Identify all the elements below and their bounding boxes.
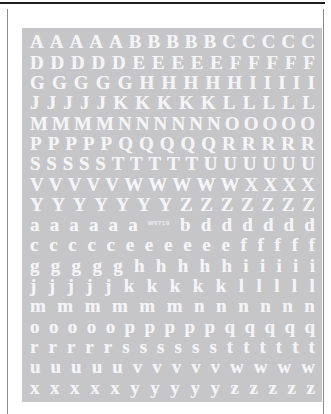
letter-glyph-k: k bbox=[147, 276, 158, 295]
letter-glyph-W: W bbox=[196, 175, 215, 194]
letter-glyph-L: L bbox=[243, 93, 256, 112]
letter-glyph-K: K bbox=[157, 93, 172, 112]
letter-glyph-t: t bbox=[243, 337, 249, 356]
letter-glyph-M: M bbox=[52, 114, 70, 133]
letter-glyph-p: p bbox=[184, 317, 195, 336]
letter-glyph-U: U bbox=[282, 154, 296, 173]
letter-glyph-i: i bbox=[310, 256, 315, 275]
letter-glyph-x: x bbox=[30, 378, 40, 397]
letter-glyph-n: n bbox=[260, 296, 271, 315]
letter-glyph-E: E bbox=[171, 53, 184, 72]
letter-glyph-g: g bbox=[30, 256, 40, 275]
letter-glyph-T: T bbox=[112, 154, 125, 173]
letter-glyph-o: o bbox=[87, 317, 97, 336]
letter-glyph-r: r bbox=[48, 337, 56, 356]
letter-glyph-v: v bbox=[172, 357, 182, 376]
letter-glyph-s: s bbox=[192, 337, 199, 356]
letter-glyph-Y: Y bbox=[51, 195, 65, 214]
letter-glyph-e: e bbox=[221, 235, 229, 254]
letter-glyph-w: w bbox=[277, 357, 291, 376]
letter-glyph-e: e bbox=[183, 235, 191, 254]
letter-glyph-N: N bbox=[118, 114, 132, 133]
letter-glyph-Y: Y bbox=[94, 195, 108, 214]
letter-glyph-Z: Z bbox=[241, 195, 254, 214]
letter-row-17: uuuuuvvvvvwwww bbox=[30, 357, 315, 376]
letter-glyph-s: s bbox=[209, 337, 216, 356]
letter-glyph-a: a bbox=[69, 215, 79, 234]
letter-glyph-y: y bbox=[210, 378, 220, 397]
letter-glyph-V: V bbox=[30, 175, 44, 194]
letter-glyph-E: E bbox=[152, 53, 165, 72]
letter-glyph-u: u bbox=[51, 357, 62, 376]
letter-glyph-t: t bbox=[259, 337, 265, 356]
letter-glyph-L: L bbox=[302, 93, 315, 112]
letter-glyph-D: D bbox=[112, 53, 126, 72]
letter-glyph-Z: Z bbox=[221, 195, 234, 214]
letter-glyph-d: d bbox=[284, 215, 295, 234]
letter-glyph-e: e bbox=[145, 235, 153, 254]
letter-glyph-v: v bbox=[152, 357, 162, 376]
letter-glyph-X: X bbox=[263, 175, 277, 194]
letter-glyph-n: n bbox=[282, 296, 293, 315]
letter-glyph-i: i bbox=[243, 256, 248, 275]
letter-row-14: mmmmmmnnnnnn bbox=[30, 296, 315, 315]
letter-glyph-m: m bbox=[30, 296, 46, 315]
letter-glyph-I: I bbox=[264, 73, 271, 92]
letter-glyph-F: F bbox=[285, 53, 297, 72]
letter-glyph-E: E bbox=[210, 53, 223, 72]
letter-glyph-S: S bbox=[95, 154, 106, 173]
letter-glyph-U: U bbox=[301, 154, 315, 173]
letter-glyph-u: u bbox=[112, 357, 123, 376]
letter-glyph-Y: Y bbox=[116, 195, 130, 214]
letter-glyph-W: W bbox=[148, 175, 167, 194]
letter-glyph-E: E bbox=[133, 53, 146, 72]
letter-glyph-d: d bbox=[242, 215, 253, 234]
letter-glyph-C: C bbox=[301, 32, 315, 51]
letter-glyph-P: P bbox=[83, 134, 95, 153]
letter-glyph-o: o bbox=[49, 317, 59, 336]
letter-glyph-r: r bbox=[85, 337, 93, 356]
letter-glyph-O: O bbox=[300, 114, 315, 133]
letter-glyph-K: K bbox=[113, 93, 128, 112]
letter-glyph-c: c bbox=[30, 235, 38, 254]
letter-glyph-N: N bbox=[189, 114, 203, 133]
letter-glyph-O: O bbox=[262, 114, 277, 133]
letter-glyph-S: S bbox=[79, 154, 90, 173]
letter-glyph-h: h bbox=[156, 256, 167, 275]
letter-glyph-c: c bbox=[68, 235, 76, 254]
letter-glyph-N: N bbox=[207, 114, 221, 133]
letter-row-8: VVVVVWWWWWXXXX bbox=[30, 175, 315, 194]
letter-glyph-I: I bbox=[278, 73, 285, 92]
letter-glyph-a: a bbox=[109, 215, 119, 234]
letter-glyph-v: v bbox=[211, 357, 221, 376]
letter-glyph-h: h bbox=[134, 256, 145, 275]
letter-glyph-A: A bbox=[50, 32, 64, 51]
letter-glyph-C: C bbox=[222, 32, 236, 51]
letter-glyph-S: S bbox=[63, 154, 74, 173]
letter-glyph-d: d bbox=[304, 215, 315, 234]
letter-glyph-l: l bbox=[310, 276, 315, 295]
letter-glyph-X: X bbox=[245, 175, 259, 194]
letter-glyph-t: t bbox=[227, 337, 233, 356]
letter-glyph-c: c bbox=[49, 235, 57, 254]
letter-glyph-m: m bbox=[85, 296, 101, 315]
letter-glyph-V: V bbox=[86, 175, 100, 194]
letter-row-3: GGGGGHHHHHIIIII bbox=[30, 73, 315, 92]
letter-glyph-S: S bbox=[30, 154, 41, 173]
letter-glyph-K: K bbox=[179, 93, 194, 112]
letter-glyph-X: X bbox=[282, 175, 296, 194]
letter-row-1: AAAAABBBBBCCCCC bbox=[30, 32, 315, 51]
letter-glyph-d: d bbox=[221, 215, 232, 234]
letter-glyph-P: P bbox=[65, 134, 77, 153]
letter-glyph-i: i bbox=[277, 256, 282, 275]
letter-glyph-x: x bbox=[70, 378, 80, 397]
letter-glyph-a: a bbox=[50, 215, 60, 234]
letter-glyph-k: k bbox=[193, 276, 204, 295]
letter-glyph-q: q bbox=[304, 317, 315, 336]
letter-glyph-p: p bbox=[145, 317, 156, 336]
letter-glyph-B: B bbox=[147, 32, 160, 51]
letter-glyph-i: i bbox=[293, 256, 298, 275]
letter-glyph-D: D bbox=[71, 53, 85, 72]
letter-row-11: ccccceeeeeefffff bbox=[30, 235, 315, 254]
letter-glyph-A: A bbox=[30, 32, 44, 51]
letter-glyph-y: y bbox=[150, 378, 160, 397]
letter-glyph-p: p bbox=[204, 317, 215, 336]
letter-glyph-I: I bbox=[293, 73, 300, 92]
letter-glyph-z: z bbox=[268, 378, 276, 397]
letter-glyph-z: z bbox=[230, 378, 238, 397]
letter-glyph-P: P bbox=[101, 134, 113, 153]
letter-glyph-j: j bbox=[68, 276, 74, 295]
letter-glyph-F: F bbox=[303, 53, 315, 72]
letter-glyph-y: y bbox=[190, 378, 200, 397]
letter-glyph-I: I bbox=[249, 73, 256, 92]
letter-glyph-s: s bbox=[157, 337, 164, 356]
letter-glyph-d: d bbox=[263, 215, 274, 234]
letter-glyph-J: J bbox=[80, 93, 90, 112]
letter-glyph-o: o bbox=[68, 317, 78, 336]
page-border-top bbox=[0, 2, 325, 4]
letter-glyph-j: j bbox=[86, 276, 92, 295]
letter-row-2: DDDDDEEEEEFFFFF bbox=[30, 53, 315, 72]
letter-glyph-N: N bbox=[171, 114, 185, 133]
letter-row-4: JJJJJKKKKKLLLLL bbox=[30, 93, 315, 112]
letter-glyph-t: t bbox=[309, 337, 315, 356]
letter-glyph-Z: Z bbox=[302, 195, 315, 214]
letter-glyph-C: C bbox=[242, 32, 256, 51]
letter-glyph-c: c bbox=[107, 235, 115, 254]
letter-glyph-T: T bbox=[185, 154, 198, 173]
letter-glyph-H: H bbox=[183, 73, 198, 92]
letter-glyph-n: n bbox=[304, 296, 315, 315]
letter-glyph-w: w bbox=[254, 357, 268, 376]
letter-row-13: jjjjjkkkkklllll bbox=[30, 276, 315, 295]
letter-glyph-R: R bbox=[301, 134, 315, 153]
letter-glyph-t: t bbox=[276, 337, 282, 356]
letter-glyph-F: F bbox=[267, 53, 279, 72]
letter-glyph-n: n bbox=[216, 296, 227, 315]
letter-glyph-C: C bbox=[262, 32, 276, 51]
letter-glyph-A: A bbox=[109, 32, 123, 51]
catalog-page: AAAAABBBBBCCCCCDDDDDEEEEEFFFFFGGGGGHHHHH… bbox=[0, 0, 331, 414]
letter-glyph-E: E bbox=[191, 53, 204, 72]
letter-glyph-G: G bbox=[118, 73, 133, 92]
letter-glyph-p: p bbox=[125, 317, 136, 336]
letter-glyph-s: s bbox=[122, 337, 129, 356]
letter-glyph-e: e bbox=[164, 235, 172, 254]
letter-glyph-k: k bbox=[216, 276, 227, 295]
letter-glyph-x: x bbox=[90, 378, 100, 397]
letter-glyph-z: z bbox=[306, 378, 314, 397]
letter-glyph-e: e bbox=[126, 235, 134, 254]
transfer-letter-sheet: AAAAABBBBBCCCCCDDDDDEEEEEFFFFFGGGGGHHHHH… bbox=[22, 28, 322, 402]
letter-glyph-x: x bbox=[110, 378, 120, 397]
letter-glyph-U: U bbox=[243, 154, 257, 173]
letter-glyph-w: w bbox=[301, 357, 315, 376]
letter-glyph-F: F bbox=[248, 53, 260, 72]
letter-glyph-G: G bbox=[52, 73, 67, 92]
letter-glyph-k: k bbox=[170, 276, 181, 295]
letter-glyph-V: V bbox=[49, 175, 63, 194]
letter-glyph-h: h bbox=[221, 256, 232, 275]
letter-glyph-T: T bbox=[130, 154, 143, 173]
letter-glyph-H: H bbox=[140, 73, 155, 92]
letter-glyph-X: X bbox=[301, 175, 315, 194]
letter-glyph-S: S bbox=[46, 154, 57, 173]
letter-glyph-i: i bbox=[260, 256, 265, 275]
letter-glyph-P: P bbox=[48, 134, 60, 153]
letter-row-15: ooooopppppqqqqq bbox=[30, 317, 315, 336]
letter-glyph-s: s bbox=[175, 337, 182, 356]
letter-glyph-P: P bbox=[30, 134, 42, 153]
letter-glyph-a: a bbox=[89, 215, 99, 234]
letter-glyph-j: j bbox=[49, 276, 55, 295]
letter-glyph-U: U bbox=[262, 154, 276, 173]
letter-glyph-K: K bbox=[135, 93, 150, 112]
letter-glyph-F: F bbox=[230, 53, 242, 72]
letter-glyph-Q: Q bbox=[181, 134, 196, 153]
letter-glyph-U: U bbox=[204, 154, 218, 173]
letter-glyph-Q: Q bbox=[118, 134, 133, 153]
letter-glyph-q: q bbox=[244, 317, 255, 336]
letter-glyph-Y: Y bbox=[73, 195, 87, 214]
letter-glyph-Y: Y bbox=[137, 195, 151, 214]
letter-row-18: xxxxxyyyyyzzzzz bbox=[30, 378, 315, 397]
letter-glyph-d: d bbox=[201, 215, 212, 234]
letter-glyph-K: K bbox=[201, 93, 216, 112]
letter-glyph-M: M bbox=[74, 114, 92, 133]
letter-glyph-y: y bbox=[130, 378, 140, 397]
letter-glyph-f: f bbox=[275, 235, 281, 254]
letter-glyph-J: J bbox=[63, 93, 73, 112]
letter-glyph-O: O bbox=[281, 114, 296, 133]
letter-glyph-r: r bbox=[67, 337, 75, 356]
letter-glyph-G: G bbox=[74, 73, 89, 92]
letter-glyph-s: s bbox=[140, 337, 147, 356]
letter-glyph-g: g bbox=[113, 256, 123, 275]
letter-glyph-p: p bbox=[165, 317, 176, 336]
letter-glyph-H: H bbox=[205, 73, 220, 92]
letter-glyph-m: m bbox=[112, 296, 128, 315]
letter-glyph-N: N bbox=[136, 114, 150, 133]
letter-glyph-Q: Q bbox=[139, 134, 154, 153]
letter-glyph-v: v bbox=[191, 357, 201, 376]
letter-glyph-r: r bbox=[30, 337, 38, 356]
letter-glyph-j: j bbox=[30, 276, 36, 295]
letter-glyph-k: k bbox=[124, 276, 135, 295]
letter-glyph-l: l bbox=[239, 276, 244, 295]
letter-glyph-Q: Q bbox=[201, 134, 216, 153]
letter-glyph-H: H bbox=[162, 73, 177, 92]
letter-glyph-Z: Z bbox=[261, 195, 274, 214]
letter-glyph-N: N bbox=[154, 114, 168, 133]
letter-glyph-T: T bbox=[149, 154, 162, 173]
letter-row-5: MMMMNNNNNNOOOOO bbox=[30, 114, 315, 133]
product-code-label: W6719 bbox=[148, 220, 170, 229]
letter-row-9: YYYYYYYZZZZZZZ bbox=[30, 195, 315, 214]
letter-row-12: ggggghhhhhiiiii bbox=[30, 256, 315, 275]
page-border-left bbox=[7, 9, 8, 414]
letter-glyph-b: b bbox=[180, 215, 191, 234]
letter-glyph-v: v bbox=[133, 357, 143, 376]
letter-glyph-D: D bbox=[30, 53, 44, 72]
letter-glyph-B: B bbox=[185, 32, 198, 51]
letter-glyph-u: u bbox=[30, 357, 41, 376]
letter-glyph-I: I bbox=[307, 73, 314, 92]
letter-glyph-q: q bbox=[264, 317, 275, 336]
letter-glyph-O: O bbox=[225, 114, 240, 133]
letter-row-6: PPPPPQQQQQRRRRR bbox=[30, 134, 315, 153]
letter-glyph-L: L bbox=[223, 93, 236, 112]
letter-glyph-z: z bbox=[249, 378, 257, 397]
letter-glyph-T: T bbox=[167, 154, 180, 173]
letter-glyph-l: l bbox=[292, 276, 297, 295]
letter-glyph-u: u bbox=[71, 357, 82, 376]
letter-glyph-f: f bbox=[292, 235, 298, 254]
letter-glyph-O: O bbox=[244, 114, 259, 133]
letter-glyph-V: V bbox=[68, 175, 82, 194]
letter-glyph-x: x bbox=[50, 378, 60, 397]
letter-glyph-m: m bbox=[139, 296, 155, 315]
letter-glyph-Q: Q bbox=[160, 134, 175, 153]
letter-glyph-G: G bbox=[30, 73, 45, 92]
letter-row-16: rrrrrsssssstttttt bbox=[30, 337, 315, 356]
letter-glyph-a: a bbox=[30, 215, 40, 234]
letter-glyph-D: D bbox=[51, 53, 65, 72]
letter-glyph-W: W bbox=[124, 175, 143, 194]
letter-glyph-R: R bbox=[242, 134, 256, 153]
letter-glyph-h: h bbox=[178, 256, 189, 275]
letter-glyph-W: W bbox=[172, 175, 191, 194]
letter-glyph-V: V bbox=[105, 175, 119, 194]
letter-glyph-r: r bbox=[104, 337, 112, 356]
letter-row-7: SSSSSTTTTTUUUUUU bbox=[30, 154, 315, 173]
letter-glyph-o: o bbox=[106, 317, 116, 336]
letter-glyph-Y: Y bbox=[30, 195, 44, 214]
letter-glyph-q: q bbox=[284, 317, 295, 336]
letter-glyph-U: U bbox=[223, 154, 237, 173]
letter-glyph-Z: Z bbox=[180, 195, 193, 214]
letter-glyph-J: J bbox=[97, 93, 107, 112]
letter-glyph-w: w bbox=[230, 357, 244, 376]
letter-glyph-H: H bbox=[227, 73, 242, 92]
letter-glyph-Y: Y bbox=[159, 195, 173, 214]
letter-glyph-g: g bbox=[72, 256, 82, 275]
letter-glyph-R: R bbox=[222, 134, 236, 153]
letter-glyph-M: M bbox=[96, 114, 114, 133]
letter-glyph-L: L bbox=[282, 93, 295, 112]
letter-glyph-l: l bbox=[274, 276, 279, 295]
letter-glyph-f: f bbox=[258, 235, 264, 254]
letter-glyph-B: B bbox=[204, 32, 217, 51]
letter-glyph-n: n bbox=[238, 296, 249, 315]
letter-glyph-B: B bbox=[166, 32, 179, 51]
page-border-right bbox=[323, 9, 324, 414]
letter-glyph-y: y bbox=[170, 378, 180, 397]
letter-glyph-g: g bbox=[51, 256, 61, 275]
letter-glyph-a: a bbox=[128, 215, 138, 234]
letter-glyph-f: f bbox=[309, 235, 315, 254]
letter-row-10: aaaaaaW6719bdddddd bbox=[30, 215, 315, 234]
letter-glyph-l: l bbox=[256, 276, 261, 295]
letter-glyph-t: t bbox=[292, 337, 298, 356]
letter-glyph-M: M bbox=[30, 114, 48, 133]
letter-glyph-C: C bbox=[282, 32, 296, 51]
letter-glyph-m: m bbox=[57, 296, 73, 315]
letter-glyph-J: J bbox=[30, 93, 40, 112]
letter-glyph-J: J bbox=[47, 93, 57, 112]
letter-glyph-W: W bbox=[221, 175, 240, 194]
letter-glyph-e: e bbox=[202, 235, 210, 254]
letter-glyph-j: j bbox=[105, 276, 111, 295]
letter-glyph-m: m bbox=[167, 296, 183, 315]
letter-glyph-R: R bbox=[281, 134, 295, 153]
letter-glyph-Z: Z bbox=[282, 195, 295, 214]
letter-glyph-q: q bbox=[224, 317, 235, 336]
letter-glyph-L: L bbox=[262, 93, 275, 112]
letter-glyph-D: D bbox=[92, 53, 106, 72]
letter-glyph-Z: Z bbox=[200, 195, 213, 214]
letter-glyph-g: g bbox=[92, 256, 102, 275]
letter-glyph-G: G bbox=[96, 73, 111, 92]
letter-glyph-z: z bbox=[287, 378, 295, 397]
letter-glyph-A: A bbox=[70, 32, 84, 51]
letter-glyph-c: c bbox=[87, 235, 95, 254]
letter-glyph-u: u bbox=[92, 357, 103, 376]
letter-glyph-A: A bbox=[89, 32, 103, 51]
letter-glyph-n: n bbox=[194, 296, 205, 315]
letter-glyph-B: B bbox=[129, 32, 142, 51]
letter-glyph-o: o bbox=[30, 317, 40, 336]
letter-glyph-f: f bbox=[241, 235, 247, 254]
letter-glyph-h: h bbox=[200, 256, 211, 275]
letter-glyph-R: R bbox=[262, 134, 276, 153]
